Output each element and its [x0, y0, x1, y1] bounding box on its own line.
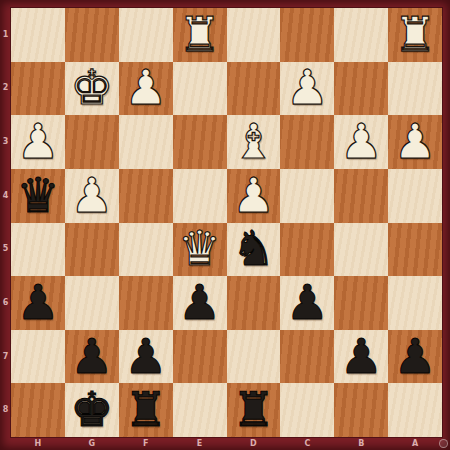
- piece-black-pawn-b7[interactable]: ♟: [340, 332, 383, 380]
- piece-black-pawn-g7[interactable]: ♟: [70, 332, 113, 380]
- piece-white-pawn-c2[interactable]: ♟: [286, 63, 329, 111]
- square-a5[interactable]: [388, 223, 442, 277]
- piece-black-pawn-e6[interactable]: ♟: [178, 278, 221, 326]
- square-h8[interactable]: [11, 383, 65, 437]
- square-c2[interactable]: ♟: [280, 62, 334, 116]
- square-a3[interactable]: ♟: [388, 115, 442, 169]
- square-e5[interactable]: ♛: [173, 223, 227, 277]
- file-label-g: G: [65, 437, 119, 450]
- piece-black-rook-f8[interactable]: ♜: [124, 385, 167, 433]
- piece-black-pawn-h6[interactable]: ♟: [16, 278, 59, 326]
- square-g5[interactable]: [65, 223, 119, 277]
- file-label-a: A: [388, 437, 442, 450]
- file-label-d: D: [227, 437, 281, 450]
- square-b2[interactable]: [334, 62, 388, 116]
- square-f1[interactable]: [119, 8, 173, 62]
- square-a7[interactable]: ♟: [388, 330, 442, 384]
- piece-white-bishop-d3[interactable]: ♝: [232, 117, 275, 165]
- rank-labels: 12345678: [0, 8, 11, 437]
- square-b5[interactable]: [334, 223, 388, 277]
- piece-black-knight-d5[interactable]: ♞: [232, 224, 275, 272]
- file-label-c: C: [280, 437, 334, 450]
- square-d1[interactable]: [227, 8, 281, 62]
- square-e6[interactable]: ♟: [173, 276, 227, 330]
- square-g6[interactable]: [65, 276, 119, 330]
- piece-white-rook-e1[interactable]: ♜: [178, 10, 221, 58]
- square-g1[interactable]: [65, 8, 119, 62]
- rank-label-8: 8: [0, 383, 11, 437]
- square-d6[interactable]: [227, 276, 281, 330]
- square-c8[interactable]: [280, 383, 334, 437]
- piece-black-king-g8[interactable]: ♚: [70, 385, 113, 433]
- square-a4[interactable]: [388, 169, 442, 223]
- square-c3[interactable]: [280, 115, 334, 169]
- file-labels: HGFEDCBA: [11, 437, 442, 450]
- square-d7[interactable]: [227, 330, 281, 384]
- square-g4[interactable]: ♟: [65, 169, 119, 223]
- square-c1[interactable]: [280, 8, 334, 62]
- square-a6[interactable]: [388, 276, 442, 330]
- piece-white-queen-e5[interactable]: ♛: [178, 224, 221, 272]
- corner-badge: [439, 439, 448, 448]
- piece-white-pawn-f2[interactable]: ♟: [124, 63, 167, 111]
- square-d8[interactable]: ♜: [227, 383, 281, 437]
- square-c4[interactable]: [280, 169, 334, 223]
- square-h7[interactable]: [11, 330, 65, 384]
- piece-white-pawn-b3[interactable]: ♟: [340, 117, 383, 165]
- square-e7[interactable]: [173, 330, 227, 384]
- piece-black-pawn-f7[interactable]: ♟: [124, 332, 167, 380]
- square-e4[interactable]: [173, 169, 227, 223]
- piece-white-king-g2[interactable]: ♚: [70, 63, 113, 111]
- square-b3[interactable]: ♟: [334, 115, 388, 169]
- square-g8[interactable]: ♚: [65, 383, 119, 437]
- square-h6[interactable]: ♟: [11, 276, 65, 330]
- square-h5[interactable]: [11, 223, 65, 277]
- rank-label-2: 2: [0, 62, 11, 116]
- rank-label-6: 6: [0, 276, 11, 330]
- square-g3[interactable]: [65, 115, 119, 169]
- piece-black-pawn-a7[interactable]: ♟: [394, 332, 437, 380]
- chess-board[interactable]: ♜♜♚♟♟♟♝♟♟♛♟♟♛♞♟♟♟♟♟♟♟♚♜♜: [11, 8, 442, 437]
- file-label-e: E: [173, 437, 227, 450]
- piece-black-queen-h4[interactable]: ♛: [16, 171, 59, 219]
- square-d5[interactable]: ♞: [227, 223, 281, 277]
- square-c6[interactable]: ♟: [280, 276, 334, 330]
- square-f5[interactable]: [119, 223, 173, 277]
- piece-white-pawn-d4[interactable]: ♟: [232, 171, 275, 219]
- piece-white-pawn-g4[interactable]: ♟: [70, 171, 113, 219]
- square-e2[interactable]: [173, 62, 227, 116]
- square-f3[interactable]: [119, 115, 173, 169]
- square-g2[interactable]: ♚: [65, 62, 119, 116]
- square-f7[interactable]: ♟: [119, 330, 173, 384]
- square-c5[interactable]: [280, 223, 334, 277]
- square-h1[interactable]: [11, 8, 65, 62]
- square-a2[interactable]: [388, 62, 442, 116]
- square-b6[interactable]: [334, 276, 388, 330]
- piece-black-rook-d8[interactable]: ♜: [232, 385, 275, 433]
- square-e1[interactable]: ♜: [173, 8, 227, 62]
- square-d4[interactable]: ♟: [227, 169, 281, 223]
- rank-label-7: 7: [0, 330, 11, 384]
- rank-label-5: 5: [0, 223, 11, 277]
- piece-white-pawn-h3[interactable]: ♟: [16, 117, 59, 165]
- square-f4[interactable]: [119, 169, 173, 223]
- square-h3[interactable]: ♟: [11, 115, 65, 169]
- square-a1[interactable]: ♜: [388, 8, 442, 62]
- square-b7[interactable]: ♟: [334, 330, 388, 384]
- square-c7[interactable]: [280, 330, 334, 384]
- file-label-b: B: [334, 437, 388, 450]
- square-d2[interactable]: [227, 62, 281, 116]
- square-b1[interactable]: [334, 8, 388, 62]
- piece-white-pawn-a3[interactable]: ♟: [394, 117, 437, 165]
- rank-label-1: 1: [0, 8, 11, 62]
- square-b4[interactable]: [334, 169, 388, 223]
- file-label-h: H: [11, 437, 65, 450]
- square-e3[interactable]: [173, 115, 227, 169]
- square-a8[interactable]: [388, 383, 442, 437]
- square-b8[interactable]: [334, 383, 388, 437]
- square-f2[interactable]: ♟: [119, 62, 173, 116]
- square-g7[interactable]: ♟: [65, 330, 119, 384]
- square-f6[interactable]: [119, 276, 173, 330]
- piece-black-pawn-c6[interactable]: ♟: [286, 278, 329, 326]
- square-f8[interactable]: ♜: [119, 383, 173, 437]
- rank-label-3: 3: [0, 115, 11, 169]
- chess-board-frame: 12345678 ♜♜♚♟♟♟♝♟♟♛♟♟♛♞♟♟♟♟♟♟♟♚♜♜ HGFEDC…: [0, 0, 450, 450]
- square-h2[interactable]: [11, 62, 65, 116]
- file-label-f: F: [119, 437, 173, 450]
- square-h4[interactable]: ♛: [11, 169, 65, 223]
- square-e8[interactable]: [173, 383, 227, 437]
- rank-label-4: 4: [0, 169, 11, 223]
- square-d3[interactable]: ♝: [227, 115, 281, 169]
- piece-white-rook-a1[interactable]: ♜: [394, 10, 437, 58]
